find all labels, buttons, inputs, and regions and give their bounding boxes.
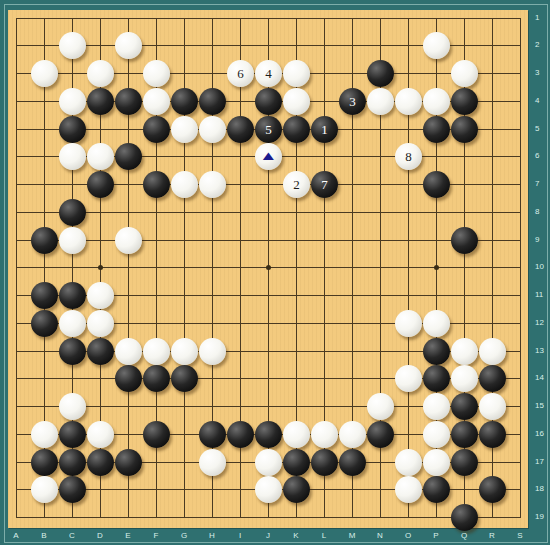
row-label-18: 18 bbox=[535, 484, 550, 493]
row-label-17: 17 bbox=[535, 457, 550, 466]
stone-black-C17[interactable] bbox=[59, 449, 86, 476]
row-label-19: 19 bbox=[535, 512, 550, 521]
grid-line-horizontal bbox=[16, 240, 521, 241]
goban[interactable]: 64351▲827 bbox=[8, 10, 528, 528]
row-label-4: 4 bbox=[535, 96, 550, 105]
row-label-10: 10 bbox=[535, 262, 550, 271]
stone-black-C8[interactable] bbox=[59, 199, 86, 226]
stone-white-D16[interactable] bbox=[87, 421, 114, 448]
stone-white-O17[interactable] bbox=[395, 449, 422, 476]
stone-black-J4[interactable] bbox=[255, 88, 282, 115]
stone-white-H17[interactable] bbox=[199, 449, 226, 476]
stone-white-B18[interactable] bbox=[31, 476, 58, 503]
stone-white-O14[interactable] bbox=[395, 365, 422, 392]
column-label-M: M bbox=[346, 531, 358, 540]
stone-black-L17[interactable] bbox=[311, 449, 338, 476]
stone-black-K17[interactable] bbox=[283, 449, 310, 476]
stone-white-G5[interactable] bbox=[171, 116, 198, 143]
row-label-16: 16 bbox=[535, 429, 550, 438]
stone-white-O4[interactable] bbox=[395, 88, 422, 115]
stone-black-D4[interactable] bbox=[87, 88, 114, 115]
move-number-label: 6 bbox=[237, 60, 244, 87]
stone-black-R18[interactable] bbox=[479, 476, 506, 503]
stone-white-I3[interactable]: 6 bbox=[227, 60, 254, 87]
stone-white-M16[interactable] bbox=[339, 421, 366, 448]
stone-black-N3[interactable] bbox=[367, 60, 394, 87]
stone-white-K4[interactable] bbox=[283, 88, 310, 115]
stone-white-P12[interactable] bbox=[423, 310, 450, 337]
column-label-Q: Q bbox=[458, 531, 470, 540]
stone-white-D3[interactable] bbox=[87, 60, 114, 87]
move-number-label: 7 bbox=[321, 171, 328, 198]
stone-white-O6[interactable]: 8 bbox=[395, 143, 422, 170]
move-number-label: 8 bbox=[405, 143, 412, 170]
stone-white-H5[interactable] bbox=[199, 116, 226, 143]
stone-white-N15[interactable] bbox=[367, 393, 394, 420]
stone-black-K5[interactable] bbox=[283, 116, 310, 143]
stone-white-K16[interactable] bbox=[283, 421, 310, 448]
stone-white-D11[interactable] bbox=[87, 282, 114, 309]
stone-white-J17[interactable] bbox=[255, 449, 282, 476]
stone-white-Q3[interactable] bbox=[451, 60, 478, 87]
column-label-D: D bbox=[94, 531, 106, 540]
stone-black-C5[interactable] bbox=[59, 116, 86, 143]
row-label-3: 3 bbox=[535, 68, 550, 77]
stone-white-C4[interactable] bbox=[59, 88, 86, 115]
stone-white-D12[interactable] bbox=[87, 310, 114, 337]
row-label-9: 9 bbox=[535, 235, 550, 244]
star-point bbox=[266, 265, 271, 270]
stone-black-Q5[interactable] bbox=[451, 116, 478, 143]
stone-black-P13[interactable] bbox=[423, 338, 450, 365]
stone-black-P18[interactable] bbox=[423, 476, 450, 503]
stone-black-F7[interactable] bbox=[143, 171, 170, 198]
stone-black-P14[interactable] bbox=[423, 365, 450, 392]
stone-black-R16[interactable] bbox=[479, 421, 506, 448]
move-number-label: 5 bbox=[265, 116, 272, 143]
stone-white-J3[interactable]: 4 bbox=[255, 60, 282, 87]
grid-line-horizontal bbox=[16, 18, 521, 19]
column-label-I: I bbox=[234, 531, 246, 540]
stone-black-I16[interactable] bbox=[227, 421, 254, 448]
column-label-B: B bbox=[38, 531, 50, 540]
stone-black-L7[interactable]: 7 bbox=[311, 171, 338, 198]
column-label-E: E bbox=[122, 531, 134, 540]
row-label-12: 12 bbox=[535, 318, 550, 327]
stone-white-C15[interactable] bbox=[59, 393, 86, 420]
stone-black-N16[interactable] bbox=[367, 421, 394, 448]
row-label-1: 1 bbox=[535, 13, 550, 22]
stone-white-P17[interactable] bbox=[423, 449, 450, 476]
column-label-J: J bbox=[262, 531, 274, 540]
stone-black-Q17[interactable] bbox=[451, 449, 478, 476]
column-label-R: R bbox=[486, 531, 498, 540]
row-label-5: 5 bbox=[535, 124, 550, 133]
stone-white-D6[interactable] bbox=[87, 143, 114, 170]
column-label-N: N bbox=[374, 531, 386, 540]
stone-black-M17[interactable] bbox=[339, 449, 366, 476]
move-number-label: 4 bbox=[265, 60, 272, 87]
row-label-8: 8 bbox=[535, 207, 550, 216]
row-label-13: 13 bbox=[535, 346, 550, 355]
stone-white-G13[interactable] bbox=[171, 338, 198, 365]
stone-black-B12[interactable] bbox=[31, 310, 58, 337]
stone-black-Q16[interactable] bbox=[451, 421, 478, 448]
stone-black-D13[interactable] bbox=[87, 338, 114, 365]
grid-line-horizontal bbox=[16, 212, 521, 213]
row-label-14: 14 bbox=[535, 373, 550, 382]
stone-white-N4[interactable] bbox=[367, 88, 394, 115]
stone-white-R15[interactable] bbox=[479, 393, 506, 420]
column-label-P: P bbox=[430, 531, 442, 540]
stone-white-C9[interactable] bbox=[59, 227, 86, 254]
stone-white-B3[interactable] bbox=[31, 60, 58, 87]
stone-black-F5[interactable] bbox=[143, 116, 170, 143]
stone-white-O18[interactable] bbox=[395, 476, 422, 503]
triangle-marker-icon: ▲ bbox=[259, 142, 278, 169]
stone-black-G14[interactable] bbox=[171, 365, 198, 392]
stone-black-R14[interactable] bbox=[479, 365, 506, 392]
stone-white-P15[interactable] bbox=[423, 393, 450, 420]
stone-black-K18[interactable] bbox=[283, 476, 310, 503]
stone-black-D7[interactable] bbox=[87, 171, 114, 198]
stone-black-M4[interactable]: 3 bbox=[339, 88, 366, 115]
stone-black-D17[interactable] bbox=[87, 449, 114, 476]
row-label-6: 6 bbox=[535, 151, 550, 160]
stone-white-F3[interactable] bbox=[143, 60, 170, 87]
stone-black-B9[interactable] bbox=[31, 227, 58, 254]
stone-white-G7[interactable] bbox=[171, 171, 198, 198]
stone-black-C18[interactable] bbox=[59, 476, 86, 503]
row-label-7: 7 bbox=[535, 179, 550, 188]
column-label-K: K bbox=[290, 531, 302, 540]
board-frame: 64351▲827 ABCDEFGHIJKLMNOPQRS 1234567891… bbox=[0, 0, 550, 545]
stone-black-B17[interactable] bbox=[31, 449, 58, 476]
stone-white-E9[interactable] bbox=[115, 227, 142, 254]
stone-white-P4[interactable] bbox=[423, 88, 450, 115]
stone-white-F13[interactable] bbox=[143, 338, 170, 365]
stone-black-F14[interactable] bbox=[143, 365, 170, 392]
column-label-H: H bbox=[206, 531, 218, 540]
stone-black-C11[interactable] bbox=[59, 282, 86, 309]
stone-white-C2[interactable] bbox=[59, 32, 86, 59]
stone-black-B11[interactable] bbox=[31, 282, 58, 309]
stone-white-Q14[interactable] bbox=[451, 365, 478, 392]
column-label-L: L bbox=[318, 531, 330, 540]
stone-white-E13[interactable] bbox=[115, 338, 142, 365]
stone-black-L5[interactable]: 1 bbox=[311, 116, 338, 143]
stone-white-B16[interactable] bbox=[31, 421, 58, 448]
stone-white-K3[interactable] bbox=[283, 60, 310, 87]
stone-black-J5[interactable]: 5 bbox=[255, 116, 282, 143]
column-label-A: A bbox=[10, 531, 22, 540]
grid-line-horizontal bbox=[16, 517, 521, 518]
column-label-O: O bbox=[402, 531, 414, 540]
stone-black-E4[interactable] bbox=[115, 88, 142, 115]
stone-black-Q4[interactable] bbox=[451, 88, 478, 115]
stone-black-J16[interactable] bbox=[255, 421, 282, 448]
stone-white-H13[interactable] bbox=[199, 338, 226, 365]
row-label-2: 2 bbox=[535, 40, 550, 49]
stone-black-C13[interactable] bbox=[59, 338, 86, 365]
stone-black-E6[interactable] bbox=[115, 143, 142, 170]
column-label-G: G bbox=[178, 531, 190, 540]
stone-white-P2[interactable] bbox=[423, 32, 450, 59]
go-app-window: 64351▲827 ABCDEFGHIJKLMNOPQRS 1234567891… bbox=[0, 0, 550, 545]
star-point bbox=[98, 265, 103, 270]
stone-white-R13[interactable] bbox=[479, 338, 506, 365]
stone-white-E2[interactable] bbox=[115, 32, 142, 59]
move-number-label: 1 bbox=[321, 116, 328, 143]
column-label-S: S bbox=[514, 531, 526, 540]
stone-black-Q19[interactable] bbox=[451, 504, 478, 531]
stone-white-L16[interactable] bbox=[311, 421, 338, 448]
stone-black-H4[interactable] bbox=[199, 88, 226, 115]
move-number-label: 2 bbox=[293, 171, 300, 198]
column-label-C: C bbox=[66, 531, 78, 540]
stone-white-C6[interactable] bbox=[59, 143, 86, 170]
stone-black-I5[interactable] bbox=[227, 116, 254, 143]
stone-black-E14[interactable] bbox=[115, 365, 142, 392]
stone-black-F16[interactable] bbox=[143, 421, 170, 448]
row-label-11: 11 bbox=[535, 290, 550, 299]
stone-white-C12[interactable] bbox=[59, 310, 86, 337]
stone-white-J6[interactable]: ▲ bbox=[255, 143, 282, 170]
row-label-15: 15 bbox=[535, 401, 550, 410]
stone-white-F4[interactable] bbox=[143, 88, 170, 115]
stone-white-O12[interactable] bbox=[395, 310, 422, 337]
stone-white-J18[interactable] bbox=[255, 476, 282, 503]
stone-white-Q13[interactable] bbox=[451, 338, 478, 365]
stone-black-E17[interactable] bbox=[115, 449, 142, 476]
move-number-label: 3 bbox=[349, 88, 356, 115]
stone-black-G4[interactable] bbox=[171, 88, 198, 115]
stone-white-H7[interactable] bbox=[199, 171, 226, 198]
star-point bbox=[434, 265, 439, 270]
column-label-F: F bbox=[150, 531, 162, 540]
stone-white-P16[interactable] bbox=[423, 421, 450, 448]
stone-black-Q15[interactable] bbox=[451, 393, 478, 420]
stone-black-P5[interactable] bbox=[423, 116, 450, 143]
stone-black-C16[interactable] bbox=[59, 421, 86, 448]
stone-black-Q9[interactable] bbox=[451, 227, 478, 254]
stone-white-K7[interactable]: 2 bbox=[283, 171, 310, 198]
stone-black-P7[interactable] bbox=[423, 171, 450, 198]
stone-black-H16[interactable] bbox=[199, 421, 226, 448]
